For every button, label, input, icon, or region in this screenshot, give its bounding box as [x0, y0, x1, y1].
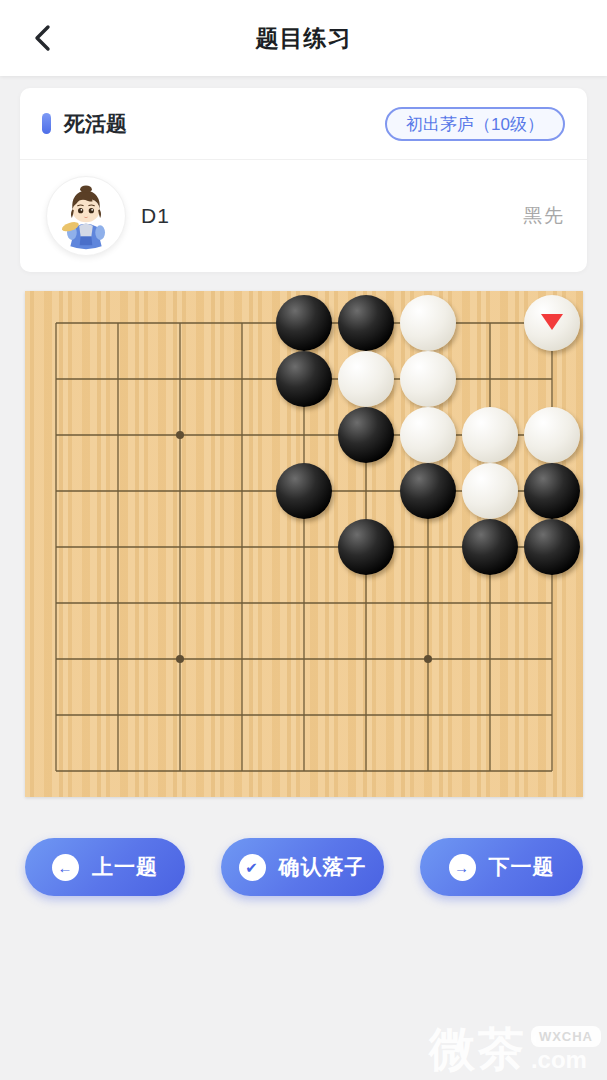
last-move-marker [541, 314, 563, 330]
chibi-character-icon [47, 177, 125, 255]
avatar [46, 176, 126, 256]
arrow-right-icon: → [449, 854, 476, 881]
black-stone [338, 407, 394, 463]
black-stone [338, 519, 394, 575]
watermark-domain: .com [531, 1047, 587, 1072]
page-title: 题目练习 [256, 23, 352, 54]
back-button[interactable] [26, 21, 60, 55]
confirm-move-button[interactable]: ✔ 确认落子 [221, 838, 384, 896]
go-board[interactable] [25, 291, 583, 797]
black-stone [276, 351, 332, 407]
check-icon: ✔ [239, 854, 266, 881]
confirm-move-label: 确认落子 [279, 853, 367, 881]
white-stone [524, 295, 580, 351]
black-stone [276, 463, 332, 519]
white-stone [462, 407, 518, 463]
action-bar: ← 上一题 ✔ 确认落子 → 下一题 [25, 838, 583, 896]
next-problem-button[interactable]: → 下一题 [420, 838, 583, 896]
problem-card: 死活题 初出茅庐（10级） [20, 88, 587, 272]
black-stone [524, 463, 580, 519]
top-bar: 题目练习 [0, 0, 607, 76]
watermark-badge: WXCHA [531, 1026, 601, 1047]
white-stone [400, 351, 456, 407]
level-badge: 初出茅庐（10级） [385, 107, 565, 141]
white-stone [338, 351, 394, 407]
black-stone [524, 519, 580, 575]
problem-card-body: D1 黑先 [20, 160, 587, 271]
white-stone [462, 463, 518, 519]
white-stone [400, 295, 456, 351]
problem-card-header: 死活题 初出茅庐（10级） [20, 88, 587, 160]
problem-name: D1 [141, 204, 170, 228]
black-stone [338, 295, 394, 351]
arrow-left-icon: ← [52, 854, 79, 881]
prev-problem-button[interactable]: ← 上一题 [25, 838, 185, 896]
prev-problem-label: 上一题 [92, 853, 158, 881]
section-title: 死活题 [64, 110, 127, 138]
section-marker-pill [42, 113, 51, 134]
chevron-left-icon [32, 23, 54, 53]
turn-indicator: 黑先 [523, 203, 565, 229]
watermark: 微茶 WXCHA .com [429, 1026, 601, 1072]
next-problem-label: 下一题 [489, 853, 555, 881]
watermark-brand: 微茶 [429, 1026, 527, 1072]
black-stone [276, 295, 332, 351]
black-stone [400, 463, 456, 519]
black-stone [462, 519, 518, 575]
white-stone [524, 407, 580, 463]
white-stone [400, 407, 456, 463]
